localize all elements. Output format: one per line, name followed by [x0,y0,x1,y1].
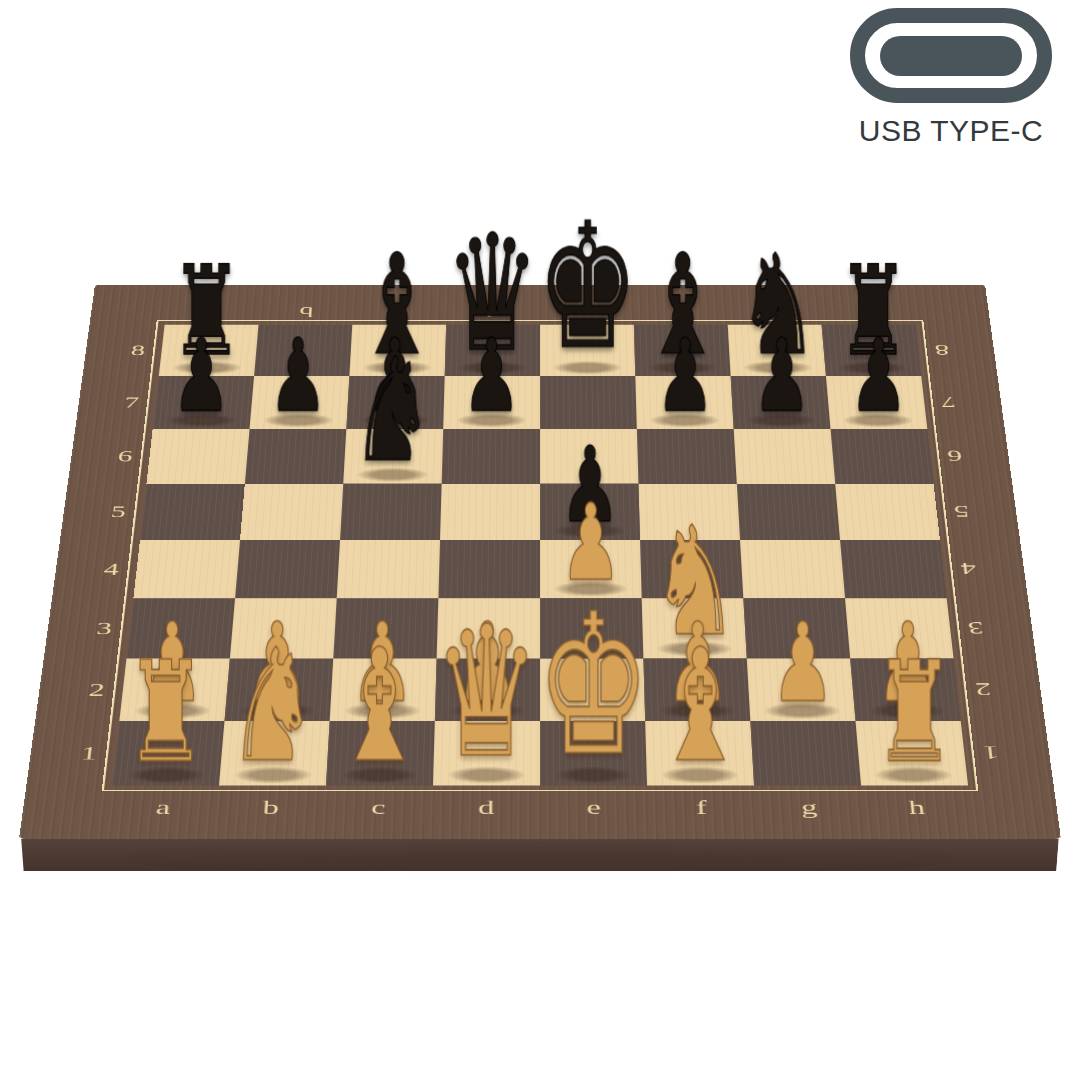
square-c6: ♞ [343,429,443,484]
square-g5 [737,484,840,540]
piece-white-king-e1: ♚ [536,588,650,783]
piece-white-rook-a1: ♜ [125,644,206,783]
piece-white-knight-b1: ♞ [227,627,318,783]
coord-bottom-f: f [647,797,755,817]
square-c1: ♝ [326,721,435,786]
coord-right-4: 4 [942,560,995,577]
square-b6 [245,429,347,484]
piece-white-bishop-c1: ♝ [334,627,425,783]
board-grid: ♜♝♛♚♝♞♜♟♟♟♟♟♟♟♞♟♟♞♟♟♟♟♟♟♟♜♞♝♛♚♝♜ [112,325,968,786]
square-b4 [235,540,340,598]
square-c5 [340,484,442,540]
board-scene: ♜♝♛♚♝♞♜♟♟♟♟♟♟♟♞♟♟♞♟♟♟♟♟♟♟♜♞♝♛♚♝♜ 1122334… [60,60,1020,1020]
square-f6 [637,429,737,484]
square-b7: ♟ [250,376,350,429]
piece-black-pawn-g7: ♟ [752,326,811,427]
square-h1: ♜ [856,721,969,786]
square-g2: ♟ [747,659,856,721]
square-d7: ♟ [443,376,540,429]
square-b1: ♞ [219,721,330,786]
coord-left-8: 8 [113,342,162,357]
coord-bottom-b: b [216,797,325,817]
coord-bottom-g: g [755,797,864,817]
square-d6 [442,429,540,484]
square-b5 [240,484,343,540]
square-h6 [830,429,933,484]
piece-black-pawn-f7: ♟ [656,326,715,427]
square-h4 [840,540,947,598]
coord-right-8: 8 [917,342,966,357]
coord-bottom-a: a [108,797,218,817]
piece-white-rook-h1: ♜ [874,644,955,783]
piece-black-knight-c6: ♞ [351,338,435,481]
coord-bottom-c: c [324,797,432,817]
product-photo: USB TYPE-C ♜♝♛♚♝♞♜♟♟♟♟♟♟♟♞♟♟♞♟♟♟♟♟♟♟♜♞♝♛… [0,0,1080,1080]
square-d1: ♛ [433,721,540,786]
piece-black-pawn-d7: ♟ [462,326,521,427]
coord-bottom-h: h [862,797,972,817]
square-e1: ♚ [540,721,647,786]
coord-right-7: 7 [923,394,973,410]
coord-left-7: 7 [107,394,157,410]
square-a7: ♟ [153,376,254,429]
square-c4 [337,540,440,598]
square-g6 [734,429,836,484]
piece-white-pawn-g2: ♟ [771,609,835,718]
square-h5 [835,484,940,540]
square-a5 [140,484,245,540]
square-a6 [146,429,249,484]
piece-white-bishop-f1: ♝ [655,627,746,783]
square-e8: ♚ [540,325,635,376]
square-f7: ♟ [635,376,733,429]
playing-area: ♜♝♛♚♝♞♜♟♟♟♟♟♟♟♞♟♟♞♟♟♟♟♟♟♟♜♞♝♛♚♝♜ [102,320,979,791]
piece-black-pawn-b7: ♟ [269,326,328,427]
piece-black-pawn-a7: ♟ [172,326,231,427]
square-g7: ♟ [731,376,831,429]
square-d5 [440,484,540,540]
square-f1: ♝ [645,721,754,786]
piece-black-king-e8: ♚ [537,201,639,374]
coord-bottom-d: d [432,797,540,817]
square-a4 [133,540,240,598]
board-shadow [110,848,970,868]
coord-left-4: 4 [85,560,138,577]
square-a1: ♜ [112,721,225,786]
square-e7 [540,376,637,429]
piece-white-queen-d1: ♛ [434,602,540,783]
coord-bottom-e: e [540,797,648,817]
square-h7: ♟ [826,376,927,429]
square-g1 [750,721,861,786]
piece-black-pawn-h7: ♟ [849,326,908,427]
square-g4 [740,540,845,598]
chess-board: ♜♝♛♚♝♞♜♟♟♟♟♟♟♟♞♟♟♞♟♟♟♟♟♟♟♜♞♝♛♚♝♜ 1122334… [19,285,1061,839]
